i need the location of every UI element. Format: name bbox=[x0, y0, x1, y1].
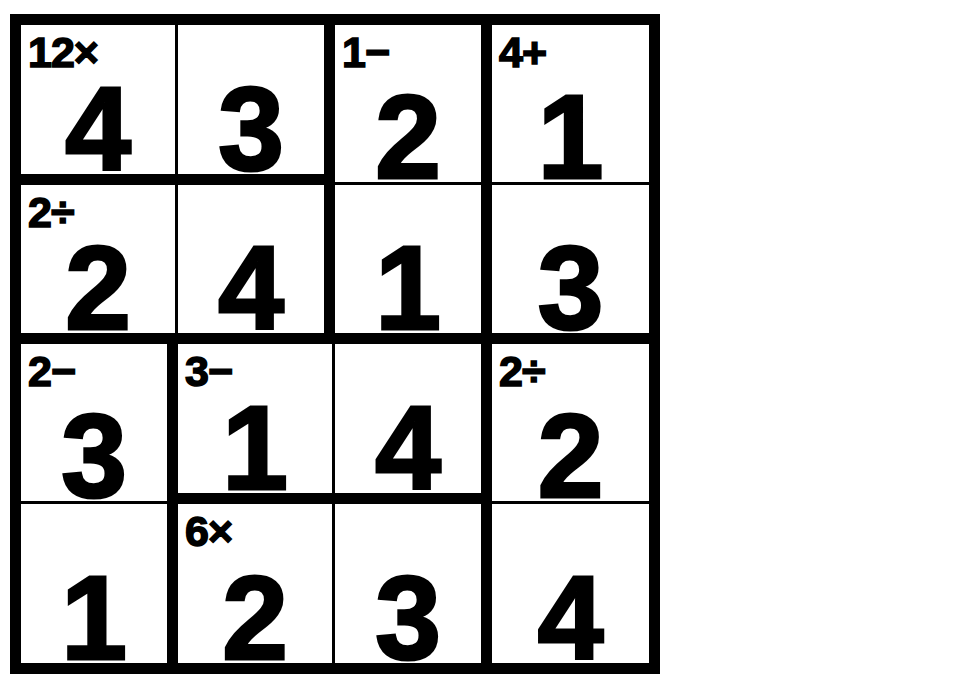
cell-value: 1 bbox=[492, 78, 649, 196]
cell-r1c2[interactable]: 3 bbox=[178, 25, 335, 185]
kenken-board: 12×431−24+12÷24132−33−142÷216×234 bbox=[10, 14, 660, 674]
cage-clue: 1− bbox=[342, 31, 389, 74]
cell-r2c3[interactable]: 1 bbox=[335, 185, 492, 345]
cell-r1c3[interactable]: 1−2 bbox=[335, 25, 492, 185]
cell-r3c2[interactable]: 3−1 bbox=[178, 344, 335, 504]
cage-clue: 2− bbox=[28, 350, 75, 393]
cell-r4c2[interactable]: 6×2 bbox=[178, 504, 335, 664]
cell-value: 4 bbox=[335, 389, 481, 507]
cell-value: 1 bbox=[178, 389, 332, 507]
cage-clue: 4+ bbox=[499, 31, 546, 74]
cell-r1c4[interactable]: 4+1 bbox=[492, 25, 649, 185]
cell-value: 3 bbox=[21, 397, 167, 515]
cell-r2c4[interactable]: 3 bbox=[492, 185, 649, 345]
cell-r3c4[interactable]: 2÷2 bbox=[492, 344, 649, 504]
cell-value: 4 bbox=[21, 70, 175, 188]
cell-value: 3 bbox=[335, 559, 481, 677]
cell-value: 1 bbox=[21, 559, 167, 677]
page-background: 12×431−24+12÷24132−33−142÷216×234 bbox=[0, 0, 960, 686]
cell-r2c2[interactable]: 4 bbox=[178, 185, 335, 345]
cell-value: 2 bbox=[335, 78, 481, 196]
cell-r2c1[interactable]: 2÷2 bbox=[21, 185, 178, 345]
cell-r3c1[interactable]: 2−3 bbox=[21, 344, 178, 504]
cell-r4c3[interactable]: 3 bbox=[335, 504, 492, 664]
cage-clue: 2÷ bbox=[499, 350, 545, 393]
cell-value: 3 bbox=[178, 70, 324, 188]
cage-clue: 6× bbox=[185, 510, 232, 553]
cell-value: 1 bbox=[335, 229, 481, 347]
cell-value: 2 bbox=[492, 397, 649, 515]
cell-value: 4 bbox=[492, 559, 649, 677]
cell-value: 4 bbox=[178, 229, 324, 347]
cell-r1c1[interactable]: 12×4 bbox=[21, 25, 178, 185]
cell-r3c3[interactable]: 4 bbox=[335, 344, 492, 504]
cell-value: 2 bbox=[21, 229, 175, 347]
cell-value: 2 bbox=[178, 559, 332, 677]
cell-r4c1[interactable]: 1 bbox=[21, 504, 178, 664]
cell-value: 3 bbox=[492, 229, 649, 347]
cell-r4c4[interactable]: 4 bbox=[492, 504, 649, 664]
